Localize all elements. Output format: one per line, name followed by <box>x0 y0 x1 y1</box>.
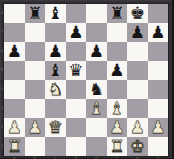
piece-black-pawn[interactable]: ♟ <box>130 23 145 42</box>
square-g8[interactable]: ♚ <box>127 4 148 23</box>
piece-black-bishop[interactable]: ♝ <box>48 61 63 80</box>
square-c8[interactable]: ♝ <box>45 4 66 23</box>
file-label-a: a <box>4 156 25 159</box>
square-h1[interactable] <box>148 137 169 156</box>
square-e6[interactable]: ♟ <box>86 42 107 61</box>
rank-label-7: 7 <box>0 30 4 34</box>
square-b7[interactable] <box>25 23 46 42</box>
square-b1[interactable] <box>25 137 46 156</box>
piece-black-pawn[interactable]: ♟ <box>150 23 165 42</box>
file-label-d: d <box>66 156 87 159</box>
piece-black-queen[interactable]: ♛ <box>68 61 83 80</box>
square-f1[interactable]: ♜ <box>107 137 128 156</box>
square-g3[interactable] <box>127 99 148 118</box>
rank-label-2: 2 <box>0 125 4 129</box>
rank-label-4: 4 <box>0 87 4 91</box>
piece-white-queen[interactable]: ♛ <box>48 118 63 137</box>
square-h2[interactable]: ♟ <box>148 118 169 137</box>
piece-white-rook[interactable]: ♜ <box>7 137 22 156</box>
square-e1[interactable] <box>86 137 107 156</box>
square-h8[interactable] <box>148 4 169 23</box>
rank-label-6: 6 <box>0 49 4 53</box>
square-d3[interactable] <box>66 99 87 118</box>
piece-white-pawn[interactable]: ♟ <box>150 118 165 137</box>
square-h7[interactable]: ♟ <box>148 23 169 42</box>
square-a2[interactable]: ♟ <box>4 118 25 137</box>
square-d2[interactable] <box>66 118 87 137</box>
piece-white-bishop[interactable]: ♝ <box>109 99 124 118</box>
square-c5[interactable]: ♝ <box>45 61 66 80</box>
chess-diagram: ♜♝♜♚♟♟♟♟♟♟♝♛♟♞♞♝♝♟♟♛♟♟♟♜♜♚ abcdefgh 8765… <box>0 0 174 159</box>
square-g7[interactable]: ♟ <box>127 23 148 42</box>
piece-black-rook[interactable]: ♜ <box>27 4 42 23</box>
square-e7[interactable] <box>86 23 107 42</box>
piece-white-pawn[interactable]: ♟ <box>27 118 42 137</box>
square-f2[interactable]: ♟ <box>107 118 128 137</box>
piece-black-pawn[interactable]: ♟ <box>89 42 104 61</box>
square-a3[interactable] <box>4 99 25 118</box>
piece-black-pawn[interactable]: ♟ <box>7 42 22 61</box>
piece-black-knight[interactable]: ♞ <box>89 80 104 99</box>
square-g1[interactable]: ♚ <box>127 137 148 156</box>
square-a4[interactable] <box>4 80 25 99</box>
piece-black-rook[interactable]: ♜ <box>109 4 124 23</box>
square-d4[interactable] <box>66 80 87 99</box>
square-a6[interactable]: ♟ <box>4 42 25 61</box>
square-c7[interactable] <box>45 23 66 42</box>
square-g5[interactable] <box>127 61 148 80</box>
piece-white-knight[interactable]: ♞ <box>48 80 63 99</box>
rank-label-1: 1 <box>0 144 4 148</box>
square-h3[interactable] <box>148 99 169 118</box>
piece-black-king[interactable]: ♚ <box>130 4 145 23</box>
piece-white-king[interactable]: ♚ <box>130 137 145 156</box>
square-b3[interactable] <box>25 99 46 118</box>
square-d1[interactable] <box>66 137 87 156</box>
file-label-g: g <box>127 156 148 159</box>
piece-white-bishop[interactable]: ♝ <box>89 99 104 118</box>
rank-label-8: 8 <box>0 11 4 15</box>
square-g4[interactable] <box>127 80 148 99</box>
square-h6[interactable] <box>148 42 169 61</box>
square-d6[interactable] <box>66 42 87 61</box>
square-f7[interactable] <box>107 23 128 42</box>
square-b8[interactable]: ♜ <box>25 4 46 23</box>
piece-black-pawn[interactable]: ♟ <box>68 23 83 42</box>
square-b6[interactable] <box>25 42 46 61</box>
square-f5[interactable]: ♟ <box>107 61 128 80</box>
square-c4[interactable]: ♞ <box>45 80 66 99</box>
file-label-f: f <box>107 156 128 159</box>
square-a7[interactable] <box>4 23 25 42</box>
square-c3[interactable] <box>45 99 66 118</box>
file-label-b: b <box>25 156 46 159</box>
square-a1[interactable]: ♜ <box>4 137 25 156</box>
square-d7[interactable]: ♟ <box>66 23 87 42</box>
rank-label-5: 5 <box>0 68 4 72</box>
square-h4[interactable] <box>148 80 169 99</box>
square-c1[interactable] <box>45 137 66 156</box>
square-e4[interactable]: ♞ <box>86 80 107 99</box>
piece-black-pawn[interactable]: ♟ <box>109 61 124 80</box>
file-label-e: e <box>86 156 107 159</box>
chess-board: ♜♝♜♚♟♟♟♟♟♟♝♛♟♞♞♝♝♟♟♛♟♟♟♜♜♚ <box>4 4 168 156</box>
square-e5[interactable] <box>86 61 107 80</box>
rank-label-3: 3 <box>0 106 4 110</box>
square-b4[interactable] <box>25 80 46 99</box>
square-g6[interactable] <box>127 42 148 61</box>
file-label-h: h <box>148 156 169 159</box>
piece-black-pawn[interactable]: ♟ <box>48 42 63 61</box>
square-e8[interactable] <box>86 4 107 23</box>
square-c2[interactable]: ♛ <box>45 118 66 137</box>
piece-black-bishop[interactable]: ♝ <box>48 4 63 23</box>
square-f4[interactable] <box>107 80 128 99</box>
piece-white-pawn[interactable]: ♟ <box>130 118 145 137</box>
square-c6[interactable]: ♟ <box>45 42 66 61</box>
piece-white-pawn[interactable]: ♟ <box>7 118 22 137</box>
square-e2[interactable] <box>86 118 107 137</box>
square-b5[interactable] <box>25 61 46 80</box>
square-h5[interactable] <box>148 61 169 80</box>
square-f3[interactable]: ♝ <box>107 99 128 118</box>
square-d8[interactable] <box>66 4 87 23</box>
square-a5[interactable] <box>4 61 25 80</box>
square-g2[interactable]: ♟ <box>127 118 148 137</box>
square-d5[interactable]: ♛ <box>66 61 87 80</box>
square-a8[interactable] <box>4 4 25 23</box>
square-e3[interactable]: ♝ <box>86 99 107 118</box>
square-f6[interactable] <box>107 42 128 61</box>
piece-white-rook[interactable]: ♜ <box>109 137 124 156</box>
piece-white-pawn[interactable]: ♟ <box>109 118 124 137</box>
square-b2[interactable]: ♟ <box>25 118 46 137</box>
square-f8[interactable]: ♜ <box>107 4 128 23</box>
file-label-c: c <box>45 156 66 159</box>
